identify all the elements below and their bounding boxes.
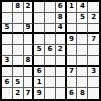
cell-r5c5[interactable]: 6	[45, 45, 56, 56]
cell-r2c5[interactable]	[45, 13, 56, 24]
cell-r9c9[interactable]	[88, 88, 99, 99]
cell-r8c6[interactable]	[56, 77, 67, 88]
cell-r4c9[interactable]: 7	[88, 34, 99, 45]
cell-r7c4[interactable]: 6	[34, 67, 45, 78]
cell-r8c7[interactable]	[67, 77, 78, 88]
cell-r3c2[interactable]	[13, 24, 24, 35]
cell-r5c2[interactable]	[13, 45, 24, 56]
cell-r2c4[interactable]	[34, 13, 45, 24]
cell-r1c5[interactable]	[45, 2, 56, 13]
cell-r3c9[interactable]	[88, 24, 99, 35]
cell-r6c3[interactable]: 8	[24, 56, 35, 67]
cell-r1c2[interactable]: 8	[13, 2, 24, 13]
cell-r5c1[interactable]	[2, 45, 13, 56]
cell-r7c9[interactable]: 3	[88, 67, 99, 78]
cell-r3c5[interactable]	[45, 24, 56, 35]
cell-r1c4[interactable]	[34, 2, 45, 13]
cell-r6c2[interactable]	[13, 56, 24, 67]
cell-r4c4[interactable]	[34, 34, 45, 45]
cell-r5c4[interactable]: 5	[34, 45, 45, 56]
cell-r6c1[interactable]: 3	[2, 56, 13, 67]
cell-r3c3[interactable]: 9	[24, 24, 35, 35]
cell-r9c2[interactable]: 2	[13, 88, 24, 99]
cell-r1c9[interactable]	[88, 2, 99, 13]
cell-r9c4[interactable]: 9	[34, 88, 45, 99]
cell-r4c5[interactable]	[45, 34, 56, 45]
cell-r4c2[interactable]	[13, 34, 24, 45]
cell-r5c9[interactable]	[88, 45, 99, 56]
cell-r1c1[interactable]	[2, 2, 13, 13]
cell-r5c3[interactable]	[24, 45, 35, 56]
cell-r4c8[interactable]	[77, 34, 88, 45]
cell-r2c2[interactable]	[13, 13, 24, 24]
cell-r8c5[interactable]	[45, 77, 56, 88]
cell-r6c5[interactable]	[45, 56, 56, 67]
cell-r7c5[interactable]	[45, 67, 56, 78]
cell-r9c8[interactable]: 8	[77, 88, 88, 99]
cell-r1c6[interactable]: 6	[56, 2, 67, 13]
cell-r5c8[interactable]	[77, 45, 88, 56]
cell-r8c9[interactable]	[88, 77, 99, 88]
cell-r2c7[interactable]	[67, 13, 78, 24]
cell-r3c1[interactable]: 5	[2, 24, 13, 35]
cell-r9c1[interactable]	[2, 88, 13, 99]
cell-r3c4[interactable]	[34, 24, 45, 35]
cell-r1c7[interactable]: 1	[67, 2, 78, 13]
cell-r9c5[interactable]	[45, 88, 56, 99]
cell-r1c8[interactable]: 4	[77, 2, 88, 13]
cell-r9c3[interactable]: 7	[24, 88, 35, 99]
cell-r2c3[interactable]	[24, 13, 35, 24]
cell-r6c8[interactable]	[77, 56, 88, 67]
cell-r8c8[interactable]	[77, 77, 88, 88]
cell-r4c1[interactable]	[2, 34, 13, 45]
cell-r7c2[interactable]	[13, 67, 24, 78]
cell-r3c6[interactable]: 4	[56, 24, 67, 35]
cell-r6c6[interactable]	[56, 56, 67, 67]
cell-r1c3[interactable]: 2	[24, 2, 35, 13]
cell-r7c6[interactable]	[56, 67, 67, 78]
cell-r2c6[interactable]: 8	[56, 13, 67, 24]
cell-r6c7[interactable]	[67, 56, 78, 67]
cell-r8c3[interactable]	[24, 77, 35, 88]
cell-r8c1[interactable]: 6	[2, 77, 13, 88]
cell-r8c4[interactable]: 1	[34, 77, 45, 88]
cell-r6c9[interactable]	[88, 56, 99, 67]
cell-r4c7[interactable]: 9	[67, 34, 78, 45]
cell-r4c3[interactable]	[24, 34, 35, 45]
cell-r7c1[interactable]	[2, 67, 13, 78]
cell-r7c8[interactable]	[77, 67, 88, 78]
cell-r3c7[interactable]	[67, 24, 78, 35]
cell-r7c7[interactable]: 7	[67, 67, 78, 78]
cell-r2c8[interactable]: 5	[77, 13, 88, 24]
cell-r7c3[interactable]	[24, 67, 35, 78]
cell-r2c1[interactable]	[2, 13, 13, 24]
cell-r9c6[interactable]	[56, 88, 67, 99]
cell-r4c6[interactable]	[56, 34, 67, 45]
cell-r5c7[interactable]	[67, 45, 78, 56]
cell-r6c4[interactable]	[34, 56, 45, 67]
cell-r2c9[interactable]: 2	[88, 13, 99, 24]
sudoku-board: 82614852594975623867365127968	[0, 0, 101, 101]
cell-r3c8[interactable]	[77, 24, 88, 35]
cell-r9c7[interactable]: 6	[67, 88, 78, 99]
cell-r5c6[interactable]: 2	[56, 45, 67, 56]
cell-r8c2[interactable]: 5	[13, 77, 24, 88]
